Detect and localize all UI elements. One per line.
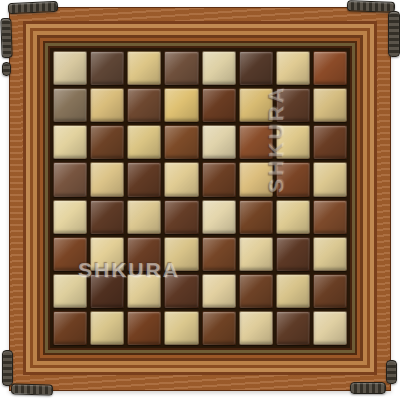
- wooden-frame: [9, 7, 391, 391]
- square-e4[interactable]: [202, 200, 236, 234]
- square-d6[interactable]: [164, 125, 198, 159]
- square-h4[interactable]: [313, 200, 347, 234]
- square-c6[interactable]: [127, 125, 161, 159]
- square-b8[interactable]: [90, 51, 124, 85]
- square-f5[interactable]: [239, 162, 273, 196]
- square-d5[interactable]: [164, 162, 198, 196]
- square-a2[interactable]: [53, 274, 87, 308]
- square-a8[interactable]: [53, 51, 87, 85]
- square-a5[interactable]: [53, 162, 87, 196]
- board-bed: [50, 48, 350, 348]
- square-c5[interactable]: [127, 162, 161, 196]
- square-g1[interactable]: [276, 311, 310, 345]
- square-f3[interactable]: [239, 237, 273, 271]
- square-c7[interactable]: [127, 88, 161, 122]
- square-e5[interactable]: [202, 162, 236, 196]
- square-c8[interactable]: [127, 51, 161, 85]
- square-g7[interactable]: [276, 88, 310, 122]
- square-f1[interactable]: [239, 311, 273, 345]
- square-e3[interactable]: [202, 237, 236, 271]
- chessboard-photo: SHKURA SHKURA: [0, 0, 400, 400]
- square-a6[interactable]: [53, 125, 87, 159]
- metal-corner-bracket-bottom-left-icon: [11, 383, 53, 395]
- square-a7[interactable]: [53, 88, 87, 122]
- square-d3[interactable]: [164, 237, 198, 271]
- board-grid: [53, 51, 347, 345]
- square-e6[interactable]: [202, 125, 236, 159]
- square-d7[interactable]: [164, 88, 198, 122]
- square-b3[interactable]: [90, 237, 124, 271]
- metal-corner-bracket-top-right-icon: [347, 0, 395, 13]
- square-f8[interactable]: [239, 51, 273, 85]
- square-c3[interactable]: [127, 237, 161, 271]
- square-g3[interactable]: [276, 237, 310, 271]
- metal-corner-bracket-top-right-icon: [388, 11, 400, 57]
- square-c2[interactable]: [127, 274, 161, 308]
- square-d8[interactable]: [164, 51, 198, 85]
- square-b7[interactable]: [90, 88, 124, 122]
- square-a1[interactable]: [53, 311, 87, 345]
- square-d2[interactable]: [164, 274, 198, 308]
- metal-corner-bracket-bottom-left-icon: [2, 350, 13, 386]
- square-b4[interactable]: [90, 200, 124, 234]
- square-g2[interactable]: [276, 274, 310, 308]
- square-b6[interactable]: [90, 125, 124, 159]
- square-h8[interactable]: [313, 51, 347, 85]
- square-h1[interactable]: [313, 311, 347, 345]
- square-h5[interactable]: [313, 162, 347, 196]
- square-g6[interactable]: [276, 125, 310, 159]
- square-g8[interactable]: [276, 51, 310, 85]
- square-e2[interactable]: [202, 274, 236, 308]
- square-f6[interactable]: [239, 125, 273, 159]
- square-c4[interactable]: [127, 200, 161, 234]
- square-c1[interactable]: [127, 311, 161, 345]
- square-b2[interactable]: [90, 274, 124, 308]
- square-a3[interactable]: [53, 237, 87, 271]
- square-f7[interactable]: [239, 88, 273, 122]
- metal-corner-bracket-bottom-right-icon: [386, 360, 397, 384]
- square-h2[interactable]: [313, 274, 347, 308]
- square-d4[interactable]: [164, 200, 198, 234]
- square-a4[interactable]: [53, 200, 87, 234]
- square-f2[interactable]: [239, 274, 273, 308]
- square-g5[interactable]: [276, 162, 310, 196]
- square-e1[interactable]: [202, 311, 236, 345]
- square-d1[interactable]: [164, 311, 198, 345]
- square-h6[interactable]: [313, 125, 347, 159]
- metal-corner-bracket-bottom-right-icon: [350, 382, 386, 394]
- square-g4[interactable]: [276, 200, 310, 234]
- square-b5[interactable]: [90, 162, 124, 196]
- metal-corner-bracket-top-left-icon: [0, 18, 12, 58]
- square-h7[interactable]: [313, 88, 347, 122]
- square-f4[interactable]: [239, 200, 273, 234]
- square-b1[interactable]: [90, 311, 124, 345]
- metal-corner-bracket-top-left-icon: [2, 62, 11, 76]
- square-e8[interactable]: [202, 51, 236, 85]
- square-h3[interactable]: [313, 237, 347, 271]
- square-e7[interactable]: [202, 88, 236, 122]
